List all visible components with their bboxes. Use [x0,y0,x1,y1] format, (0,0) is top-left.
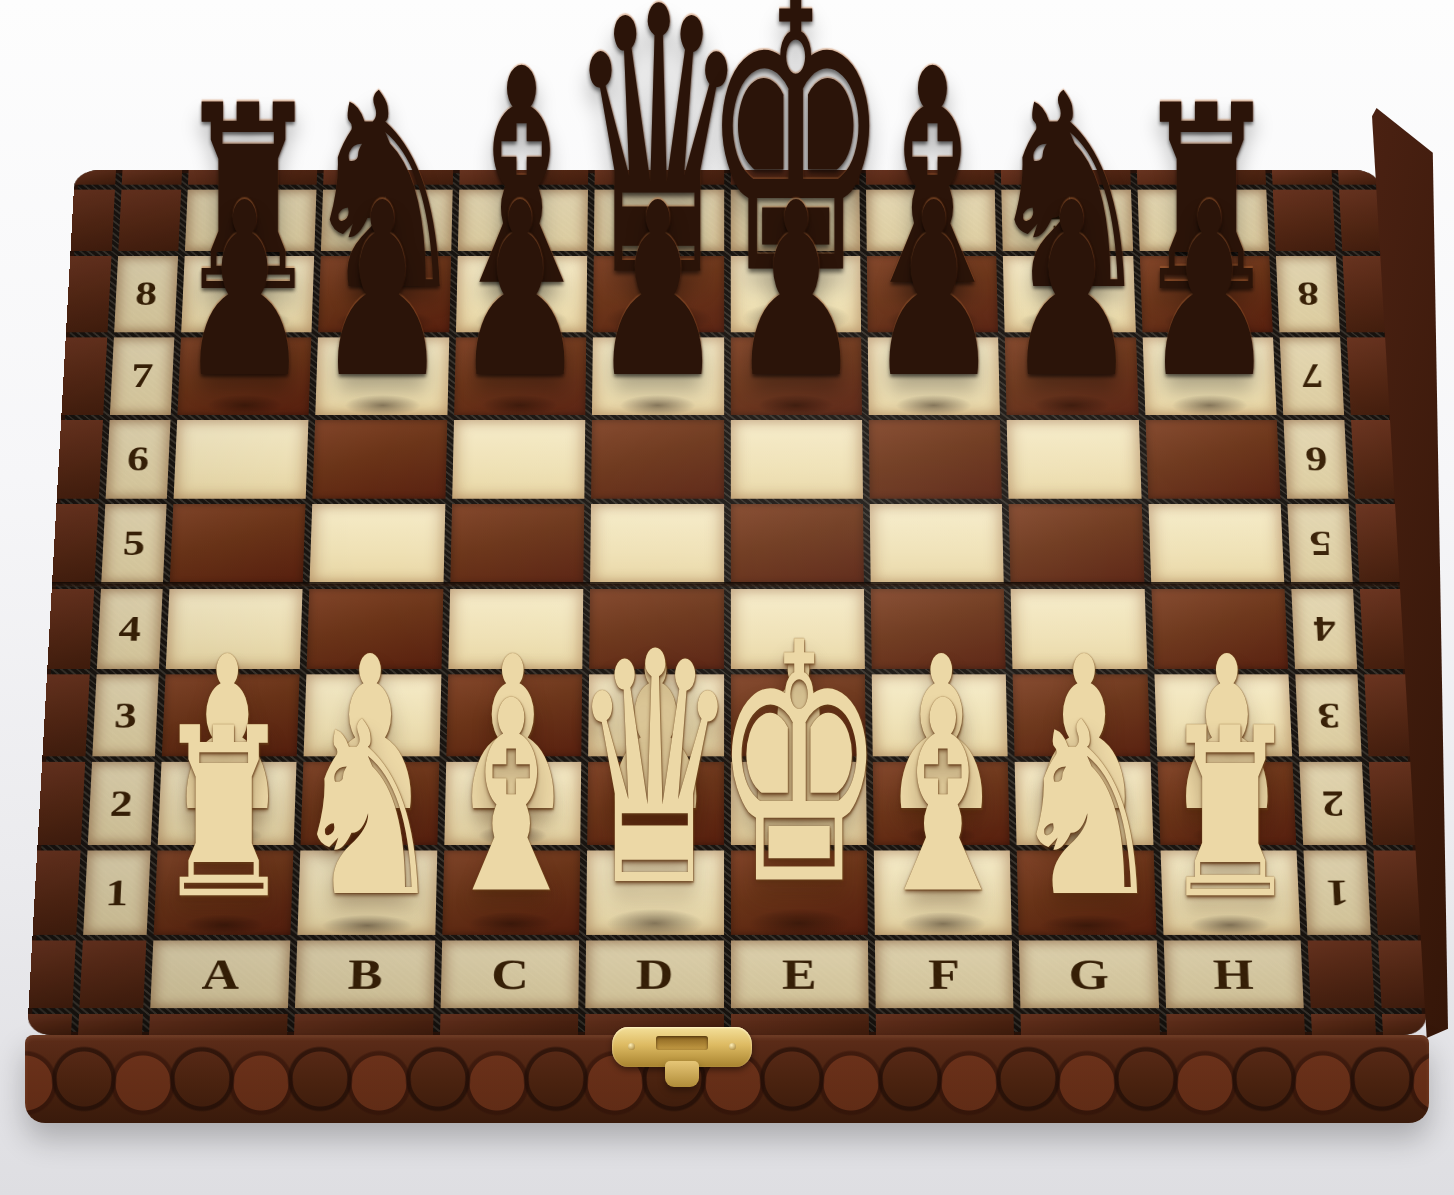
frame-margin-cell [149,1014,288,1035]
label-file-bottom-b: B [295,940,435,1008]
label-rank-left-1: 1 [83,851,150,935]
file-letter: A [201,950,240,998]
bishop-glyph: ♝ [437,667,585,931]
rank-number: 8 [1296,275,1320,313]
pawn-glyph: ♟ [316,171,449,411]
rank-number: 7 [130,357,154,396]
label-rank-left-4: 4 [97,589,163,670]
frame-margin-cell [33,851,81,935]
file-letter: G [1068,950,1110,998]
frame-margin-cell [61,337,107,414]
file-letter: H [1212,950,1254,998]
frame-margin-cell [27,1014,72,1035]
label-rank-right-4: 4 [1291,589,1357,670]
rank-number: 8 [134,275,158,313]
frame-corner-cell [1308,940,1375,1008]
frame-margin-cell [1355,504,1402,584]
frame-margin-cell [42,675,89,757]
rank-number: 3 [113,695,137,736]
label-file-bottom-g: G [1019,940,1159,1008]
label-rank-right-5: 5 [1287,504,1352,584]
rank-number: 5 [122,523,146,563]
frame-margin-cell [1272,170,1332,184]
rook-glyph: ♜ [1160,697,1300,931]
clasp-screw-right [729,1043,736,1050]
frame-margin-cell [1351,420,1397,499]
label-rank-right-1: 1 [1303,851,1370,935]
square-b5[interactable] [310,504,445,584]
pawn-glyph: ♟ [592,171,725,411]
square-h6[interactable] [1145,420,1280,499]
rook-glyph: ♜ [154,697,294,931]
frame-margin-cell [876,1014,1015,1035]
frame-margin-cell [1311,1014,1376,1035]
file-letter: C [491,950,529,998]
frame-margin-cell [28,940,75,1008]
rank-number: 4 [1312,609,1336,649]
frame-margin-cell [1369,762,1417,845]
label-rank-right-6: 6 [1283,420,1348,499]
box-front-face [25,1035,1429,1123]
pawn-glyph: ♟ [454,171,587,411]
square-f6[interactable] [869,420,1002,499]
frame-margin-cell [1347,337,1393,414]
file-letter: F [928,950,960,998]
frame-margin-cell [1373,851,1421,935]
pawn-glyph: ♟ [1005,171,1138,411]
frame-margin-cell [74,170,116,184]
square-g5[interactable] [1009,504,1144,584]
clasp-slot [656,1036,708,1050]
label-file-bottom-h: H [1163,940,1303,1008]
label-rank-left-5: 5 [101,504,166,584]
knight-glyph: ♞ [289,691,447,930]
label-rank-left-8: 8 [114,256,178,332]
label-rank-left-7: 7 [110,337,174,414]
rank-number: 5 [1308,523,1332,563]
label-rank-right-2: 2 [1299,762,1366,845]
pawn-glyph: ♟ [868,171,1001,411]
square-b6[interactable] [313,420,447,499]
square-a6[interactable] [174,420,309,499]
bishop-glyph: ♝ [869,667,1017,931]
square-d5[interactable] [590,504,723,584]
label-rank-right-8: 8 [1276,256,1340,332]
rank-number: 2 [109,783,134,825]
brass-clasp [612,1027,752,1067]
frame-margin-cell [1364,675,1411,757]
knight-glyph: ♞ [1008,691,1166,930]
frame-margin-cell [730,1014,868,1035]
pawn-glyph: ♟ [1143,171,1276,411]
rank-number: 3 [1316,695,1340,736]
frame-margin-cell [38,762,86,845]
label-rank-left-6: 6 [106,420,171,499]
file-letter: E [782,950,817,998]
frame-margin-cell [1360,589,1407,670]
rank-number: 6 [126,439,150,478]
file-letter: D [636,950,674,998]
frame-margin-cell [440,1014,579,1035]
rank-number: 2 [1320,783,1345,825]
frame-margin-cell [1338,170,1380,184]
square-f5[interactable] [870,504,1004,584]
rank-number: 4 [118,609,142,649]
square-h5[interactable] [1148,504,1284,584]
label-rank-right-3: 3 [1295,675,1361,757]
rank-number: 1 [1325,872,1350,914]
rank-number: 6 [1304,439,1328,478]
square-a5[interactable] [170,504,306,584]
rank-number: 1 [105,872,130,914]
frame-corner-cell [1273,190,1336,251]
label-rank-left-2: 2 [88,762,155,845]
square-e5[interactable] [730,504,863,584]
pawn-glyph: ♟ [178,171,311,411]
square-g6[interactable] [1007,420,1141,499]
label-file-bottom-a: A [150,940,290,1008]
frame-margin-cell [78,1014,143,1035]
clasp-screw-left [628,1043,635,1050]
label-rank-right-7: 7 [1280,337,1344,414]
label-rank-left-3: 3 [92,675,158,757]
frame-margin-cell [294,1014,433,1035]
frame-margin-cell [57,420,103,499]
square-e6[interactable] [730,420,863,499]
frame-corner-cell [118,190,181,251]
frame-margin-cell [1339,190,1383,251]
square-d6[interactable] [591,420,724,499]
king-glyph: ♚ [713,600,885,930]
frame-margin-cell [1166,1014,1305,1035]
frame-margin-cell [1021,1014,1160,1035]
frame-margin-cell [47,589,94,670]
frame-margin-cell [52,504,99,584]
chess-set-photo: ABCDEFGH8877665544332211ABCDEFGH ♜♞♝♛♚♝♞… [0,0,1454,1195]
frame-margin-cell [66,256,112,332]
square-c5[interactable] [450,504,584,584]
rank-number: 7 [1300,357,1324,396]
frame-margin-cell [1378,940,1425,1008]
clasp-tab [665,1061,699,1087]
pawn-glyph: ♟ [730,171,863,411]
square-c6[interactable] [452,420,585,499]
frame-margin-cell [71,190,115,251]
frame-corner-cell [79,940,146,1008]
file-letter: B [347,950,383,998]
frame-margin-cell [1382,1014,1427,1035]
